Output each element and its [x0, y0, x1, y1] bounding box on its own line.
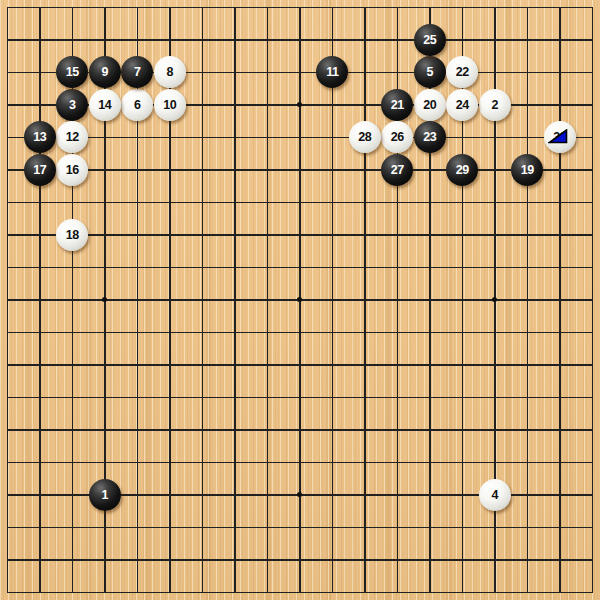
stone-28: 28 — [349, 121, 381, 153]
stone-number: 26 — [391, 131, 404, 144]
stone-number: 3 — [69, 98, 75, 111]
stone-number: 15 — [66, 66, 79, 79]
stone-number: 16 — [66, 163, 79, 176]
stone-number: 24 — [456, 98, 469, 111]
stone-25: 25 — [414, 24, 446, 56]
stone-10: 10 — [154, 89, 186, 121]
stone-9: 9 — [89, 56, 121, 88]
stone-16: 16 — [56, 154, 88, 186]
stone-21: 21 — [381, 89, 413, 121]
stone-4: 4 — [479, 479, 511, 511]
stone-number: 4 — [492, 488, 498, 501]
stone-6: 6 — [121, 89, 153, 121]
stone-number: 14 — [98, 98, 111, 111]
stone-23: 23 — [414, 121, 446, 153]
stone-number: 13 — [33, 131, 46, 144]
stone-15: 15 — [56, 56, 88, 88]
stone-number: 28 — [358, 131, 371, 144]
stone-11: 11 — [316, 56, 348, 88]
stones-layer: 1234567891011121314151617181920212223242… — [0, 0, 600, 600]
stone-20: 20 — [414, 89, 446, 121]
stone-number: 19 — [521, 163, 534, 176]
stone-24: 24 — [446, 89, 478, 121]
stone-17: 17 — [24, 154, 56, 186]
stone-27: 27 — [381, 154, 413, 186]
stone-number: 22 — [456, 66, 469, 79]
stone-number: 2 — [492, 98, 498, 111]
stone-number: 29 — [456, 163, 469, 176]
stone-number: 18 — [66, 228, 79, 241]
stone-number: 10 — [163, 98, 176, 111]
stone-number: 11 — [326, 66, 338, 79]
stone-29: 29 — [446, 154, 478, 186]
stone-19: 19 — [511, 154, 543, 186]
stone-1: 1 — [89, 479, 121, 511]
stone-number: 12 — [66, 131, 79, 144]
stone-number: 9 — [102, 66, 108, 79]
stone-number: 21 — [391, 98, 404, 111]
stone-8: 8 — [154, 56, 186, 88]
stone-26: 26 — [381, 121, 413, 153]
stone-5: 5 — [414, 56, 446, 88]
stone-18: 18 — [56, 219, 88, 251]
stone-number: 7 — [134, 66, 140, 79]
stone-number: 5 — [427, 66, 433, 79]
stone-number: 27 — [391, 163, 404, 176]
stone-7: 7 — [121, 56, 153, 88]
stone-number: 20 — [423, 98, 436, 111]
go-board[interactable]: 1234567891011121314151617181920212223242… — [0, 0, 600, 600]
stone-22: 22 — [446, 56, 478, 88]
stone-number: 6 — [134, 98, 140, 111]
last-move-triangle-icon — [548, 129, 568, 144]
stone-2: 2 — [479, 89, 511, 121]
stone-number: 23 — [423, 131, 436, 144]
stone-12: 12 — [56, 121, 88, 153]
stone-30: 30 — [544, 121, 576, 153]
stone-number: 1 — [102, 488, 108, 501]
stone-number: 25 — [423, 33, 436, 46]
stone-number: 8 — [167, 66, 173, 79]
stone-13: 13 — [24, 121, 56, 153]
stone-3: 3 — [56, 89, 88, 121]
stone-number: 17 — [33, 163, 46, 176]
stone-14: 14 — [89, 89, 121, 121]
